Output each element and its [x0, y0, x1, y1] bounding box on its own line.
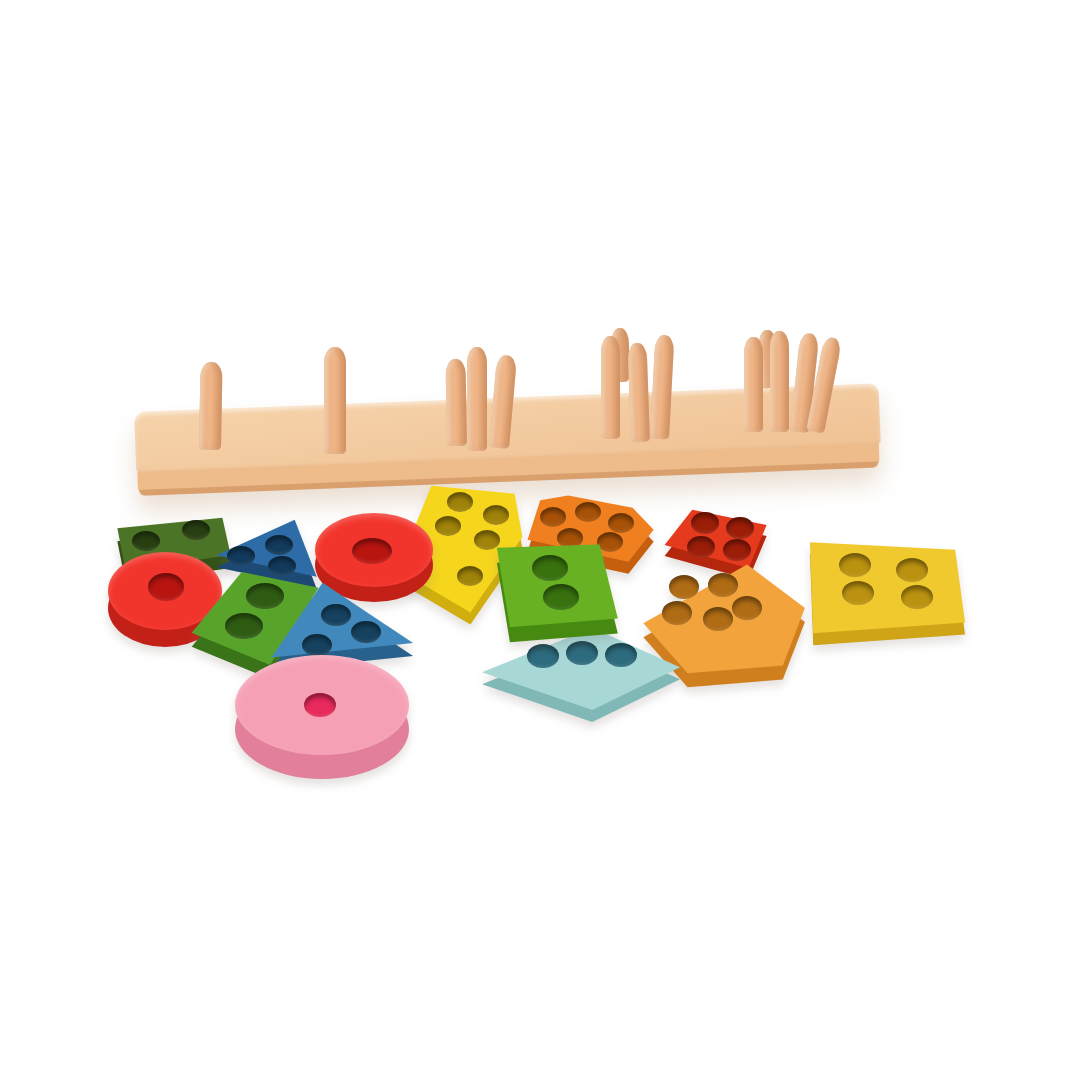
peg — [770, 331, 789, 432]
piece-hole — [321, 604, 351, 626]
piece-hole — [687, 536, 715, 558]
piece-hole — [132, 531, 160, 551]
piece-hole — [901, 585, 933, 609]
piece-hole — [447, 492, 473, 512]
peg — [324, 347, 346, 454]
peg — [601, 336, 620, 439]
piece-hole — [302, 634, 332, 656]
piece-pink-circle — [235, 655, 409, 779]
peg — [467, 347, 487, 451]
peg — [445, 359, 467, 446]
piece-hole — [543, 584, 579, 610]
piece-hole — [540, 507, 566, 527]
piece-hole — [227, 546, 255, 566]
peg — [628, 343, 650, 443]
piece-hole — [842, 581, 874, 605]
piece-green-square — [493, 540, 623, 667]
piece-hole — [265, 535, 293, 555]
piece-hole — [225, 613, 263, 639]
piece-hole — [182, 520, 210, 540]
piece-hole — [839, 553, 871, 577]
scene — [0, 0, 1080, 1080]
piece-hole — [304, 693, 336, 717]
piece-hole — [575, 502, 601, 522]
piece-hole — [532, 555, 568, 581]
piece-hole — [732, 596, 762, 620]
piece-yellow-square — [805, 538, 970, 657]
peg — [744, 337, 763, 432]
piece-hole — [148, 573, 184, 601]
peg — [199, 362, 223, 450]
piece-hole — [708, 573, 738, 597]
